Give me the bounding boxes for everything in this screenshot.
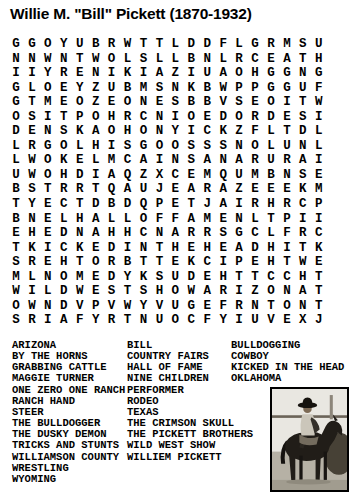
grid-cell: L (311, 124, 327, 139)
grid-cell: M (311, 182, 327, 197)
grid-cell: E (199, 299, 215, 314)
grid-cell: R (247, 153, 263, 168)
grid-cell: T (136, 37, 152, 52)
grid-cell: R (199, 182, 215, 197)
page-title: Willie M. "Bill" Pickett (1870-1932) (10, 5, 252, 23)
grid-cell: T (8, 241, 24, 256)
grid-cell: A (88, 124, 104, 139)
grid-cell: Y (40, 66, 56, 81)
grid-cell: H (56, 255, 72, 270)
grid-cell: T (120, 313, 136, 328)
grid-cell: O (263, 95, 279, 110)
grid-cell: H (56, 168, 72, 183)
grid-cell: O (167, 284, 183, 299)
grid-cell: O (279, 299, 295, 314)
grid-cell: O (56, 270, 72, 285)
grid-cell: F (215, 37, 231, 52)
grid-cell: O (151, 139, 167, 154)
grid-cell: R (104, 255, 120, 270)
grid-cell: C (247, 226, 263, 241)
grid-cell: R (56, 66, 72, 81)
grid-cell: M (279, 37, 295, 52)
grid-cell: I (279, 241, 295, 256)
grid-cell: O (183, 110, 199, 125)
grid-cell: C (199, 255, 215, 270)
grid-cell: H (72, 212, 88, 227)
grid-cell: L (263, 124, 279, 139)
grid-cell: L (104, 212, 120, 227)
grid-cell: R (231, 299, 247, 314)
grid-cell: F (151, 212, 167, 227)
grid-cell: L (167, 52, 183, 67)
grid-cell: C (56, 197, 72, 212)
grid-cell: P (279, 212, 295, 227)
grid-cell: N (24, 52, 40, 67)
grid-cell: S (136, 284, 152, 299)
grid-cell: K (56, 153, 72, 168)
grid-cell: K (183, 81, 199, 96)
grid-cell: N (56, 52, 72, 67)
pickett-photo (270, 387, 349, 492)
grid-cell: O (40, 81, 56, 96)
grid-cell: Z (231, 124, 247, 139)
grid-cell: S (56, 124, 72, 139)
grid-cell: T (295, 95, 311, 110)
grid-cell: L (24, 81, 40, 96)
grid-cell: E (263, 182, 279, 197)
grid-cell: D (120, 197, 136, 212)
grid-cell: U (311, 37, 327, 52)
grid-cell: D (8, 124, 24, 139)
grid-cell: Y (72, 81, 88, 96)
grid-cell: E (24, 124, 40, 139)
grid-cell: E (88, 270, 104, 285)
grid-cell: E (215, 241, 231, 256)
grid-cell: H (167, 241, 183, 256)
grid-cell: R (104, 313, 120, 328)
grid-cell: D (56, 299, 72, 314)
grid-cell: E (199, 270, 215, 285)
grid-cell: T (231, 270, 247, 285)
grid-cell: H (24, 226, 40, 241)
grid-cell: I (104, 139, 120, 154)
grid-cell: B (183, 52, 199, 67)
grid-cell: W (295, 255, 311, 270)
grid-cell: I (88, 168, 104, 183)
grid-cell: I (215, 255, 231, 270)
grid-cell: I (167, 110, 183, 125)
grid-cell: H (104, 110, 120, 125)
puzzle-page: Willie M. "Bill" Pickett (1870-1932) GGO… (0, 0, 353, 500)
grid-cell: N (231, 139, 247, 154)
grid-cell: T (151, 37, 167, 52)
grid-cell: T (120, 284, 136, 299)
grid-cell: I (183, 124, 199, 139)
grid-cell: E (199, 110, 215, 125)
grid-cell: C (56, 241, 72, 256)
grid-cell: O (40, 153, 56, 168)
grid-cell: L (8, 153, 24, 168)
grid-cell: P (151, 197, 167, 212)
grid-cell: Y (56, 37, 72, 52)
grid-cell: Z (136, 168, 152, 183)
grid-cell: P (231, 255, 247, 270)
grid-cell: Y (215, 313, 231, 328)
grid-cell: G (24, 37, 40, 52)
grid-cell: I (120, 241, 136, 256)
grid-cell: O (167, 139, 183, 154)
grid-cell: E (311, 168, 327, 183)
grid-cell: L (231, 37, 247, 52)
grid-cell: T (151, 255, 167, 270)
grid-cell: P (247, 81, 263, 96)
grid-cell: S (231, 95, 247, 110)
grid-cell: T (279, 124, 295, 139)
grid-cell: I (311, 153, 327, 168)
grid-cell: I (24, 66, 40, 81)
grid-cell: M (40, 95, 56, 110)
grid-cell: S (295, 37, 311, 52)
grid-cell: T (151, 241, 167, 256)
grid-cell: O (88, 110, 104, 125)
grid-cell: T (88, 182, 104, 197)
grid-cell: M (104, 153, 120, 168)
grid-cell: L (8, 139, 24, 154)
grid-cell: B (120, 81, 136, 96)
grid-cell: E (215, 212, 231, 227)
word-list-item: MAGGIE TURNER (12, 373, 125, 384)
grid-cell: A (215, 66, 231, 81)
grid-cell: D (88, 197, 104, 212)
grid-cell: R (263, 37, 279, 52)
grid-cell: R (215, 284, 231, 299)
grid-cell: I (136, 66, 152, 81)
grid-cell: E (88, 284, 104, 299)
grid-cell: G (183, 299, 199, 314)
grid-cell: E (247, 95, 263, 110)
grid-cell: H (295, 270, 311, 285)
grid-cell: N (215, 153, 231, 168)
grid-cell: S (295, 110, 311, 125)
grid-cell: U (247, 313, 263, 328)
grid-cell: Z (167, 66, 183, 81)
grid-cell: T (279, 255, 295, 270)
grid-cell: O (88, 255, 104, 270)
grid-cell: K (311, 241, 327, 256)
grid-cell: T (40, 182, 56, 197)
grid-cell: Z (231, 182, 247, 197)
grid-cell: N (24, 212, 40, 227)
grid-cell: A (215, 182, 231, 197)
grid-cell: O (72, 95, 88, 110)
grid-cell: K (120, 66, 136, 81)
grid-cell: I (40, 313, 56, 328)
grid-cell: J (311, 313, 327, 328)
grid-cell: O (247, 139, 263, 154)
grid-cell: E (167, 182, 183, 197)
grid-cell: O (40, 168, 56, 183)
grid-cell: N (231, 212, 247, 227)
grid-cell: S (151, 81, 167, 96)
grid-cell: I (24, 284, 40, 299)
grid-cell: J (199, 197, 215, 212)
grid-cell: N (136, 95, 152, 110)
grid-cell: T (295, 241, 311, 256)
grid-cell: D (183, 37, 199, 52)
grid-cell: G (8, 81, 24, 96)
grid-cell: A (295, 284, 311, 299)
grid-cell: V (104, 299, 120, 314)
grid-cell: N (151, 124, 167, 139)
grid-cell: T (72, 197, 88, 212)
grid-cell: W (8, 284, 24, 299)
grid-cell: E (183, 168, 199, 183)
grid-cell: S (295, 168, 311, 183)
grid-cell: R (199, 226, 215, 241)
grid-cell: T (247, 270, 263, 285)
grid-cell: V (151, 299, 167, 314)
grid-cell: P (88, 299, 104, 314)
grid-cell: D (263, 110, 279, 125)
grid-cell: I (40, 241, 56, 256)
grid-cell: V (263, 313, 279, 328)
grid-cell: X (151, 168, 167, 183)
grid-cell: C (263, 270, 279, 285)
grid-cell: E (40, 255, 56, 270)
grid-cell: S (120, 139, 136, 154)
grid-cell: S (136, 52, 152, 67)
grid-cell: M (199, 212, 215, 227)
grid-cell: Z (88, 95, 104, 110)
grid-cell: A (215, 197, 231, 212)
grid-cell: B (8, 182, 24, 197)
grid-cell: L (215, 52, 231, 67)
grid-cell: T (263, 212, 279, 227)
grid-cell: L (40, 284, 56, 299)
grid-cell: H (88, 139, 104, 154)
grid-cell: W (40, 52, 56, 67)
grid-cell: N (151, 110, 167, 125)
grid-cell: Q (136, 197, 152, 212)
grid-cell: G (279, 81, 295, 96)
grid-cell: E (40, 212, 56, 227)
grid-cell: T (311, 284, 327, 299)
grid-cell: A (231, 153, 247, 168)
grid-cell: T (263, 299, 279, 314)
grid-cell: R (247, 197, 263, 212)
grid-cell: C (295, 197, 311, 212)
grid-cell: U (151, 313, 167, 328)
grid-cell: I (231, 313, 247, 328)
grid-cell: C (311, 226, 327, 241)
grid-cell: N (295, 139, 311, 154)
grid-cell: U (167, 270, 183, 285)
grid-cell: C (167, 168, 183, 183)
grid-cell: T (8, 197, 24, 212)
grid-cell: O (231, 66, 247, 81)
grid-cell: C (183, 313, 199, 328)
grid-cell: I (231, 197, 247, 212)
grid-cell: I (231, 284, 247, 299)
grid-cell: U (199, 66, 215, 81)
grid-cell: M (8, 270, 24, 285)
grid-cell: H (199, 241, 215, 256)
grid-cell: W (24, 153, 40, 168)
grid-cell: E (279, 182, 295, 197)
grid-cell: P (311, 197, 327, 212)
grid-cell: A (167, 226, 183, 241)
grid-cell: G (40, 139, 56, 154)
grid-cell: R (279, 197, 295, 212)
grid-cell: D (247, 241, 263, 256)
grid-cell: E (263, 52, 279, 67)
grid-cell: F (311, 81, 327, 96)
grid-cell: B (104, 197, 120, 212)
grid-cell: O (40, 37, 56, 52)
grid-cell: J (151, 182, 167, 197)
grid-cell: O (104, 52, 120, 67)
grid-cell: C (279, 270, 295, 285)
grid-cell: Y (24, 197, 40, 212)
grid-cell: O (8, 299, 24, 314)
grid-cell: N (40, 299, 56, 314)
grid-cell: G (8, 37, 24, 52)
grid-cell: V (72, 299, 88, 314)
grid-cell: E (56, 95, 72, 110)
grid-cell: R (24, 313, 40, 328)
grid-cell: A (136, 153, 152, 168)
grid-cell: G (247, 37, 263, 52)
grid-cell: S (183, 153, 199, 168)
grid-cell: L (311, 139, 327, 154)
grid-cell: Q (104, 182, 120, 197)
grid-cell: Q (215, 168, 231, 183)
grid-cell: E (167, 255, 183, 270)
grid-cell: N (295, 299, 311, 314)
grid-cell: Y (167, 124, 183, 139)
grid-cell: V (215, 95, 231, 110)
grid-cell: G (136, 139, 152, 154)
grid-cell: D (295, 124, 311, 139)
grid-cell: D (183, 270, 199, 285)
grid-cell: U (104, 81, 120, 96)
grid-cell: K (72, 124, 88, 139)
word-list-item: OKLAHOMA (231, 373, 344, 384)
grid-cell: T (183, 197, 199, 212)
grid-cell: S (215, 139, 231, 154)
grid-cell: S (167, 95, 183, 110)
grid-cell: T (56, 110, 72, 125)
grid-cell: E (247, 255, 263, 270)
grid-cell: O (167, 313, 183, 328)
grid-cell: D (104, 270, 120, 285)
word-list-item: WILD WEST SHOW (127, 440, 253, 451)
grid-cell: Z (88, 81, 104, 96)
grid-cell: M (72, 270, 88, 285)
grid-cell: B (88, 37, 104, 52)
grid-cell: R (72, 182, 88, 197)
grid-cell: N (167, 153, 183, 168)
grid-cell: Z (247, 284, 263, 299)
grid-cell: L (120, 212, 136, 227)
grid-cell: O (120, 95, 136, 110)
grid-cell: I (279, 95, 295, 110)
grid-cell: S (24, 110, 40, 125)
grid-cell: R (279, 153, 295, 168)
grid-cell: S (215, 226, 231, 241)
grid-cell: P (72, 110, 88, 125)
grid-cell: G (8, 95, 24, 110)
cowboy-on-horse-illustration (272, 389, 347, 490)
grid-cell: W (120, 37, 136, 52)
grid-cell: E (8, 226, 24, 241)
grid-cell: I (40, 110, 56, 125)
grid-cell: B (183, 95, 199, 110)
grid-cell: R (56, 182, 72, 197)
grid-cell: U (72, 37, 88, 52)
grid-cell: N (199, 52, 215, 67)
grid-cell: A (104, 168, 120, 183)
grid-cell: C (136, 110, 152, 125)
grid-cell: T (24, 95, 40, 110)
letter-grid: GGOYUBRWTTLDDFLGRMSUNNWNTWOLSLLBNLRCEATH… (8, 37, 327, 328)
grid-cell: K (295, 182, 311, 197)
grid-cell: T (311, 299, 327, 314)
word-list-item: WILLIEM PICKETT (127, 452, 253, 463)
grid-cell: C (120, 153, 136, 168)
grid-cell: I (295, 212, 311, 227)
grid-cell: A (88, 212, 104, 227)
grid-cell: L (24, 270, 40, 285)
grid-cell: E (183, 241, 199, 256)
grid-cell: N (40, 270, 56, 285)
grid-cell: R (183, 226, 199, 241)
grid-cell: A (295, 153, 311, 168)
grid-cell: L (120, 52, 136, 67)
grid-cell: N (167, 81, 183, 96)
grid-cell: A (199, 284, 215, 299)
grid-cell: H (104, 226, 120, 241)
grid-cell: R (247, 110, 263, 125)
grid-cell: D (199, 37, 215, 52)
grid-cell: F (247, 124, 263, 139)
grid-cell: E (247, 182, 263, 197)
grid-cell: E (104, 95, 120, 110)
grid-cell: F (279, 226, 295, 241)
grid-cell: T (72, 255, 88, 270)
word-list-item: WYOMING (12, 474, 125, 485)
grid-cell: L (167, 37, 183, 52)
grid-cell: L (247, 212, 263, 227)
grid-cell: M (199, 168, 215, 183)
grid-cell: E (88, 241, 104, 256)
grid-cell: U (231, 168, 247, 183)
word-list-item: TRICKS AND STUNTS (12, 440, 125, 451)
grid-cell: O (231, 110, 247, 125)
grid-cell: S (199, 139, 215, 154)
grid-cell: A (183, 212, 199, 227)
grid-cell: Y (136, 299, 152, 314)
grid-cell: T (72, 52, 88, 67)
grid-cell: D (72, 168, 88, 183)
grid-cell: S (8, 255, 24, 270)
grid-cell: D (104, 241, 120, 256)
grid-cell: A (120, 182, 136, 197)
grid-cell: W (24, 299, 40, 314)
grid-cell: K (72, 241, 88, 256)
grid-cell: H (263, 241, 279, 256)
grid-cell: A (88, 226, 104, 241)
